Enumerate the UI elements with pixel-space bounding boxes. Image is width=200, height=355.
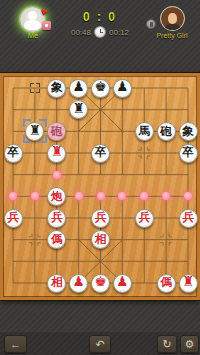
opponent-timer: 00:12 — [109, 28, 129, 37]
black-soldier[interactable]: 卒 — [4, 144, 23, 163]
restart-button[interactable]: ↻ — [157, 335, 177, 353]
xiangqi-board[interactable]: 象♟♚♟♜♜砲馬砲象卒♜卒卒炮兵兵兵兵兵傌相相♟♚♟傌♜ — [0, 73, 200, 300]
red-soldier[interactable]: 兵 — [47, 209, 66, 228]
bottom-toolbar: ← ↶ ↻ ⚙ — [0, 331, 200, 355]
black-soldier[interactable]: 卒 — [179, 144, 198, 163]
red-elephant[interactable]: 相 — [47, 274, 66, 293]
red-general[interactable]: ♚ — [91, 274, 110, 293]
red-soldier[interactable]: 兵 — [135, 209, 154, 228]
move-hint-dot[interactable] — [75, 192, 83, 200]
red-advisor[interactable]: ♟ — [69, 274, 88, 293]
black-cannon[interactable]: 砲 — [157, 122, 176, 141]
timers-row: 00:48 00:12 — [50, 25, 150, 39]
opponent-player-name: Pretty Girl — [140, 32, 200, 39]
red-horse[interactable]: 傌 — [157, 274, 176, 293]
back-button[interactable]: ← — [4, 335, 27, 353]
black-general[interactable]: ♚ — [91, 79, 110, 98]
red-chariot[interactable]: ♜ — [47, 144, 66, 163]
xiangqi-app: ♥ Me 0 : 0 00:48 00:12 Pretty Girl 象♟♚♟♜… — [0, 0, 200, 355]
move-hint-dot[interactable] — [97, 192, 105, 200]
undo-button[interactable]: ↶ — [89, 335, 111, 353]
black-elephant[interactable]: 象 — [179, 122, 198, 141]
opponent-avatar[interactable] — [160, 6, 185, 31]
red-cannon[interactable]: 炮 — [47, 187, 66, 206]
red-advisor[interactable]: ♟ — [113, 274, 132, 293]
red-soldier[interactable]: 兵 — [91, 209, 110, 228]
black-advisor[interactable]: ♟ — [113, 79, 132, 98]
red-soldier[interactable]: 兵 — [4, 209, 23, 228]
black-horse[interactable]: 馬 — [135, 122, 154, 141]
last-move-marker — [23, 119, 47, 143]
me-timer: 00:48 — [71, 28, 91, 37]
clock-icon — [94, 26, 106, 38]
red-chariot[interactable]: ♜ — [179, 274, 198, 293]
opponent-badge-icon — [146, 19, 156, 29]
black-elephant[interactable]: 象 — [47, 79, 66, 98]
person-icon — [28, 11, 37, 20]
settings-button[interactable]: ⚙ — [180, 335, 199, 353]
red-soldier[interactable]: 兵 — [179, 209, 198, 228]
move-hint-dot[interactable] — [53, 171, 61, 179]
score-display: 0 : 0 — [60, 10, 140, 24]
black-soldier[interactable]: 卒 — [91, 144, 110, 163]
last-move-origin-marker — [30, 83, 40, 93]
heart-icon: ♥ — [40, 6, 47, 18]
black-advisor[interactable]: ♟ — [69, 79, 88, 98]
black-cannon[interactable]: 砲 — [47, 122, 66, 141]
